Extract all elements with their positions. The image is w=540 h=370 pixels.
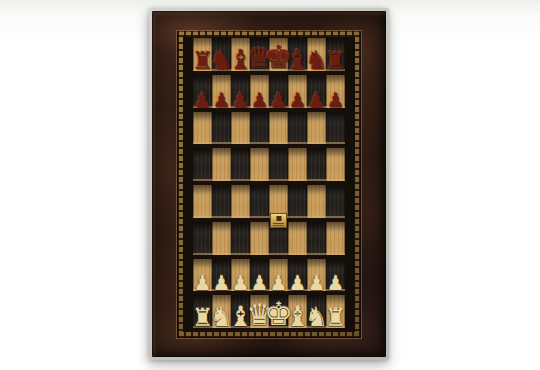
white-pawn-e2[interactable]: ♟ [270,273,288,293]
square-f4[interactable] [288,185,307,222]
square-g6[interactable] [307,112,326,149]
board: ♜♞♝♛♚♝♞♜♟♟♟♟♟♟♟♟♟♟♟♟♟♟♟♟♜♞♝♛♚♝♞♜ [193,38,345,332]
white-pawn-h2[interactable]: ♟ [327,273,345,293]
square-h5[interactable] [326,148,345,185]
square-b3[interactable] [212,222,231,259]
square-c5[interactable] [231,148,250,185]
square-f2[interactable]: ♟ [288,259,307,296]
bead-border: ♜♞♝♛♚♝♞♜♟♟♟♟♟♟♟♟♟♟♟♟♟♟♟♟♜♞♝♛♚♝♞♜ [177,31,361,338]
black-pawn-d7[interactable]: ♟ [251,90,269,110]
square-d2[interactable]: ♟ [250,259,269,296]
square-a4[interactable] [193,185,212,222]
white-pawn-c2[interactable]: ♟ [232,273,250,293]
square-f5[interactable] [288,148,307,185]
black-pawn-g7[interactable]: ♟ [308,90,326,110]
white-pawn-f2[interactable]: ♟ [289,273,307,293]
brand-plaque [270,213,287,228]
plaque-engraving [273,223,284,224]
square-h8[interactable]: ♜ [326,38,345,75]
square-b7[interactable]: ♟ [212,75,231,112]
black-rook-h8[interactable]: ♜ [325,49,347,73]
square-h4[interactable] [326,185,345,222]
white-pawn-g2[interactable]: ♟ [308,273,326,293]
square-a7[interactable]: ♟ [193,75,212,112]
square-h2[interactable]: ♟ [326,259,345,296]
chess-wall-frame: ♜♞♝♛♚♝♞♜♟♟♟♟♟♟♟♟♟♟♟♟♟♟♟♟♜♞♝♛♚♝♞♜ [149,8,389,360]
square-g1[interactable]: ♞ [307,295,326,332]
black-pawn-e7[interactable]: ♟ [270,90,288,110]
black-pawn-h7[interactable]: ♟ [327,90,345,110]
black-pawn-b7[interactable]: ♟ [213,90,231,110]
square-g3[interactable] [307,222,326,259]
square-d4[interactable] [250,185,269,222]
square-b4[interactable] [212,185,231,222]
square-g4[interactable] [307,185,326,222]
plaque-emblem-icon [276,216,281,221]
square-c4[interactable] [231,185,250,222]
black-pawn-f7[interactable]: ♟ [289,90,307,110]
square-a2[interactable]: ♟ [193,259,212,296]
square-f7[interactable]: ♟ [288,75,307,112]
square-c7[interactable]: ♟ [231,75,250,112]
square-g5[interactable] [307,148,326,185]
square-f3[interactable] [288,222,307,259]
square-a6[interactable] [193,112,212,149]
square-c3[interactable] [231,222,250,259]
square-c2[interactable]: ♟ [231,259,250,296]
square-a3[interactable] [193,222,212,259]
square-h7[interactable]: ♟ [326,75,345,112]
square-g2[interactable]: ♟ [307,259,326,296]
square-h1[interactable]: ♜ [326,295,345,332]
black-pawn-a7[interactable]: ♟ [194,90,212,110]
white-rook-h1[interactable]: ♜ [325,306,347,330]
square-g8[interactable]: ♞ [307,38,326,75]
square-d5[interactable] [250,148,269,185]
square-g7[interactable]: ♟ [307,75,326,112]
square-e6[interactable] [269,112,288,149]
white-pawn-a2[interactable]: ♟ [194,273,212,293]
square-e5[interactable] [269,148,288,185]
square-e7[interactable]: ♟ [269,75,288,112]
inner-mat: ♜♞♝♛♚♝♞♜♟♟♟♟♟♟♟♟♟♟♟♟♟♟♟♟♜♞♝♛♚♝♞♜ [183,37,355,332]
square-e2[interactable]: ♟ [269,259,288,296]
square-h3[interactable] [326,222,345,259]
square-d3[interactable] [250,222,269,259]
frame-molding: ♜♞♝♛♚♝♞♜♟♟♟♟♟♟♟♟♟♟♟♟♟♟♟♟♜♞♝♛♚♝♞♜ [152,11,386,357]
black-pawn-c7[interactable]: ♟ [232,90,250,110]
white-pawn-d2[interactable]: ♟ [251,273,269,293]
white-pawn-b2[interactable]: ♟ [213,273,231,293]
square-b2[interactable]: ♟ [212,259,231,296]
square-f6[interactable] [288,112,307,149]
square-h6[interactable] [326,112,345,149]
square-a5[interactable] [193,148,212,185]
square-c6[interactable] [231,112,250,149]
square-b5[interactable] [212,148,231,185]
square-d7[interactable]: ♟ [250,75,269,112]
square-b6[interactable] [212,112,231,149]
square-d6[interactable] [250,112,269,149]
